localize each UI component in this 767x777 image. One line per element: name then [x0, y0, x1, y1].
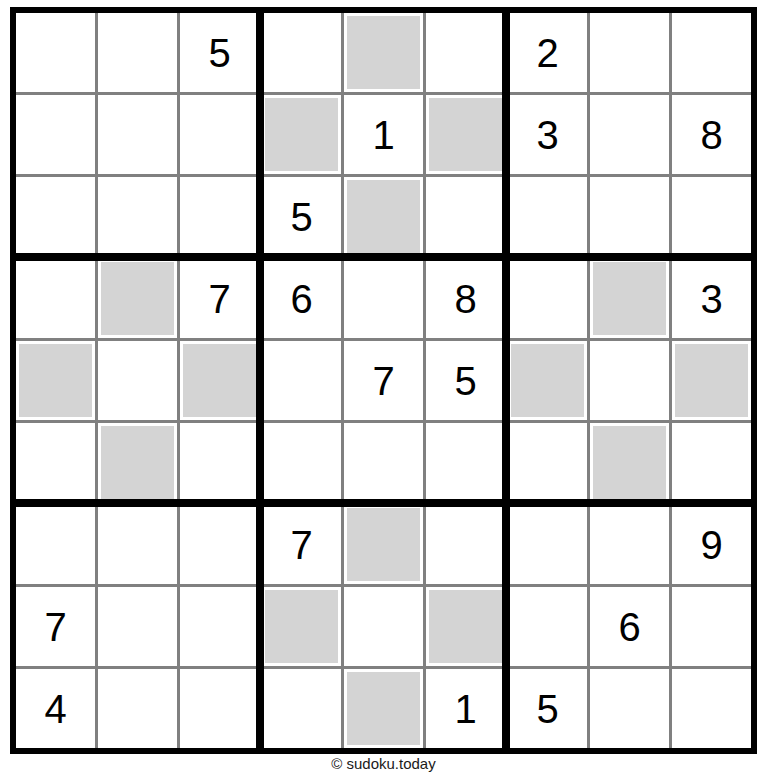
cell-r2c3[interactable] [180, 95, 259, 174]
cell-r5c9[interactable] [672, 341, 751, 420]
given-digit: 8 [454, 279, 476, 319]
cell-r7c2[interactable] [98, 505, 177, 584]
cell-r4c6[interactable]: 8 [426, 259, 505, 338]
cell-r2c6[interactable] [426, 95, 505, 174]
cell-r2c4[interactable] [262, 95, 341, 174]
cell-r1c3[interactable]: 5 [180, 13, 259, 92]
cell-r9c4[interactable] [262, 669, 341, 748]
cell-r5c7[interactable] [508, 341, 587, 420]
shaded-marker [265, 98, 338, 171]
cell-r7c4[interactable]: 7 [262, 505, 341, 584]
cell-r1c2[interactable] [98, 13, 177, 92]
box-border-horizontal-top [16, 253, 751, 261]
cell-r1c8[interactable] [590, 13, 669, 92]
cell-r4c2[interactable] [98, 259, 177, 338]
cell-r8c6[interactable] [426, 587, 505, 666]
shaded-marker [101, 262, 174, 335]
cell-r4c7[interactable] [508, 259, 587, 338]
given-digit: 5 [290, 197, 312, 237]
cell-r5c1[interactable] [16, 341, 95, 420]
cell-r3c1[interactable] [16, 177, 95, 256]
cell-r1c1[interactable] [16, 13, 95, 92]
cell-r6c1[interactable] [16, 423, 95, 502]
cell-r7c9[interactable]: 9 [672, 505, 751, 584]
given-digit: 6 [618, 607, 640, 647]
cell-r4c3[interactable]: 7 [180, 259, 259, 338]
cell-r9c2[interactable] [98, 669, 177, 748]
cell-r7c5[interactable] [344, 505, 423, 584]
cell-r8c7[interactable] [508, 587, 587, 666]
given-digit: 5 [454, 361, 476, 401]
cell-r7c8[interactable] [590, 505, 669, 584]
shaded-marker [429, 98, 502, 171]
sudoku-board: 5213857683757976415 [10, 7, 757, 754]
shaded-marker [347, 508, 420, 581]
given-digit: 5 [536, 689, 558, 729]
shaded-marker [19, 344, 92, 417]
cell-r6c4[interactable] [262, 423, 341, 502]
cell-r7c3[interactable] [180, 505, 259, 584]
cell-r8c2[interactable] [98, 587, 177, 666]
given-digit: 4 [44, 689, 66, 729]
cell-r9c9[interactable] [672, 669, 751, 748]
cell-r6c3[interactable] [180, 423, 259, 502]
given-digit: 5 [208, 33, 230, 73]
cell-r8c1[interactable]: 7 [16, 587, 95, 666]
cell-r7c7[interactable] [508, 505, 587, 584]
given-digit: 3 [536, 115, 558, 155]
cell-r5c2[interactable] [98, 341, 177, 420]
cell-r6c2[interactable] [98, 423, 177, 502]
cell-r1c5[interactable] [344, 13, 423, 92]
cell-r6c5[interactable] [344, 423, 423, 502]
given-digit: 7 [290, 525, 312, 565]
given-digit: 6 [290, 279, 312, 319]
cell-r1c9[interactable] [672, 13, 751, 92]
given-digit: 8 [700, 115, 722, 155]
cell-r2c9[interactable]: 8 [672, 95, 751, 174]
cell-r8c8[interactable]: 6 [590, 587, 669, 666]
copyright-text: © sudoku.today [10, 755, 757, 772]
given-digit: 7 [372, 361, 394, 401]
cell-r6c7[interactable] [508, 423, 587, 502]
box-border-vertical-right [502, 13, 510, 748]
cell-r3c6[interactable] [426, 177, 505, 256]
cell-r8c3[interactable] [180, 587, 259, 666]
cell-r2c2[interactable] [98, 95, 177, 174]
cell-r5c5[interactable]: 7 [344, 341, 423, 420]
cell-r4c5[interactable] [344, 259, 423, 338]
cell-r2c5[interactable]: 1 [344, 95, 423, 174]
shaded-marker [183, 344, 256, 417]
cell-r3c5[interactable] [344, 177, 423, 256]
given-digit: 1 [372, 115, 394, 155]
shaded-marker [593, 426, 666, 499]
shaded-marker [347, 672, 420, 745]
box-border-vertical-left [256, 13, 264, 748]
shaded-marker [429, 590, 502, 663]
shaded-marker [265, 590, 338, 663]
shaded-marker [593, 262, 666, 335]
cell-r2c7[interactable]: 3 [508, 95, 587, 174]
cell-r1c6[interactable] [426, 13, 505, 92]
cell-r2c1[interactable] [16, 95, 95, 174]
cell-r9c7[interactable]: 5 [508, 669, 587, 748]
cell-r1c7[interactable]: 2 [508, 13, 587, 92]
cell-r3c8[interactable] [590, 177, 669, 256]
cell-r5c8[interactable] [590, 341, 669, 420]
cell-r3c9[interactable] [672, 177, 751, 256]
cell-r8c5[interactable] [344, 587, 423, 666]
cell-r6c9[interactable] [672, 423, 751, 502]
cell-r9c8[interactable] [590, 669, 669, 748]
shaded-marker [347, 180, 420, 253]
given-digit: 3 [700, 279, 722, 319]
cell-r4c1[interactable] [16, 259, 95, 338]
cell-r5c6[interactable]: 5 [426, 341, 505, 420]
cell-r9c5[interactable] [344, 669, 423, 748]
shaded-marker [675, 344, 748, 417]
cell-r3c4[interactable]: 5 [262, 177, 341, 256]
given-digit: 2 [536, 33, 558, 73]
cell-r8c9[interactable] [672, 587, 751, 666]
cell-r2c8[interactable] [590, 95, 669, 174]
given-digit: 1 [454, 689, 476, 729]
cell-r5c3[interactable] [180, 341, 259, 420]
cell-r7c6[interactable] [426, 505, 505, 584]
box-border-horizontal-bottom [16, 499, 751, 507]
given-digit: 7 [44, 607, 66, 647]
cell-r8c4[interactable] [262, 587, 341, 666]
shaded-marker [101, 426, 174, 499]
cell-r5c4[interactable] [262, 341, 341, 420]
given-digit: 9 [700, 525, 722, 565]
cell-r1c4[interactable] [262, 13, 341, 92]
cell-r4c8[interactable] [590, 259, 669, 338]
cell-r9c1[interactable]: 4 [16, 669, 95, 748]
given-digit: 7 [208, 279, 230, 319]
cell-r3c2[interactable] [98, 177, 177, 256]
cell-r9c3[interactable] [180, 669, 259, 748]
cell-r6c8[interactable] [590, 423, 669, 502]
shaded-marker [511, 344, 584, 417]
cell-r6c6[interactable] [426, 423, 505, 502]
cell-r4c4[interactable]: 6 [262, 259, 341, 338]
cell-r9c6[interactable]: 1 [426, 669, 505, 748]
shaded-marker [347, 16, 420, 89]
cell-r7c1[interactable] [16, 505, 95, 584]
cell-r4c9[interactable]: 3 [672, 259, 751, 338]
cell-r3c7[interactable] [508, 177, 587, 256]
cell-r3c3[interactable] [180, 177, 259, 256]
